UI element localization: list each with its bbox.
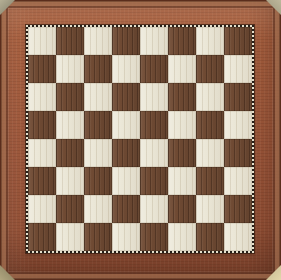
square-g7[interactable] bbox=[196, 55, 224, 83]
square-b6[interactable] bbox=[56, 83, 84, 111]
square-g1[interactable] bbox=[196, 223, 224, 251]
square-f1[interactable] bbox=[168, 223, 196, 251]
square-a6[interactable] bbox=[28, 83, 56, 111]
square-c3[interactable] bbox=[84, 167, 112, 195]
square-c8[interactable] bbox=[84, 27, 112, 55]
square-f2[interactable] bbox=[168, 195, 196, 223]
square-b7[interactable] bbox=[56, 55, 84, 83]
square-d6[interactable] bbox=[112, 83, 140, 111]
square-b1[interactable] bbox=[56, 223, 84, 251]
square-g2[interactable] bbox=[196, 195, 224, 223]
square-c2[interactable] bbox=[84, 195, 112, 223]
square-a4[interactable] bbox=[28, 139, 56, 167]
square-d5[interactable] bbox=[112, 111, 140, 139]
square-b4[interactable] bbox=[56, 139, 84, 167]
square-f8[interactable] bbox=[168, 27, 196, 55]
square-f5[interactable] bbox=[168, 111, 196, 139]
square-d3[interactable] bbox=[112, 167, 140, 195]
square-e5[interactable] bbox=[140, 111, 168, 139]
square-c5[interactable] bbox=[84, 111, 112, 139]
square-h6[interactable] bbox=[224, 83, 252, 111]
square-e6[interactable] bbox=[140, 83, 168, 111]
square-f7[interactable] bbox=[168, 55, 196, 83]
square-g8[interactable] bbox=[196, 27, 224, 55]
square-g3[interactable] bbox=[196, 167, 224, 195]
square-b5[interactable] bbox=[56, 111, 84, 139]
square-b2[interactable] bbox=[56, 195, 84, 223]
square-h3[interactable] bbox=[224, 167, 252, 195]
square-e7[interactable] bbox=[140, 55, 168, 83]
square-c1[interactable] bbox=[84, 223, 112, 251]
square-c7[interactable] bbox=[84, 55, 112, 83]
square-e4[interactable] bbox=[140, 139, 168, 167]
square-h8[interactable] bbox=[224, 27, 252, 55]
square-c4[interactable] bbox=[84, 139, 112, 167]
square-e1[interactable] bbox=[140, 223, 168, 251]
square-b3[interactable] bbox=[56, 167, 84, 195]
square-f3[interactable] bbox=[168, 167, 196, 195]
square-a7[interactable] bbox=[28, 55, 56, 83]
square-e2[interactable] bbox=[140, 195, 168, 223]
square-h4[interactable] bbox=[224, 139, 252, 167]
square-d4[interactable] bbox=[112, 139, 140, 167]
square-b8[interactable] bbox=[56, 27, 84, 55]
square-f6[interactable] bbox=[168, 83, 196, 111]
square-h5[interactable] bbox=[224, 111, 252, 139]
square-f4[interactable] bbox=[168, 139, 196, 167]
chessboard-photo bbox=[0, 0, 281, 280]
square-g4[interactable] bbox=[196, 139, 224, 167]
inlay-border bbox=[26, 25, 254, 253]
square-d8[interactable] bbox=[112, 27, 140, 55]
square-d1[interactable] bbox=[112, 223, 140, 251]
square-h1[interactable] bbox=[224, 223, 252, 251]
square-a2[interactable] bbox=[28, 195, 56, 223]
square-d7[interactable] bbox=[112, 55, 140, 83]
square-a3[interactable] bbox=[28, 167, 56, 195]
square-g5[interactable] bbox=[196, 111, 224, 139]
square-d2[interactable] bbox=[112, 195, 140, 223]
square-a5[interactable] bbox=[28, 111, 56, 139]
chess-board bbox=[28, 27, 252, 251]
square-a8[interactable] bbox=[28, 27, 56, 55]
square-e3[interactable] bbox=[140, 167, 168, 195]
square-h7[interactable] bbox=[224, 55, 252, 83]
square-e8[interactable] bbox=[140, 27, 168, 55]
square-a1[interactable] bbox=[28, 223, 56, 251]
square-g6[interactable] bbox=[196, 83, 224, 111]
square-c6[interactable] bbox=[84, 83, 112, 111]
square-h2[interactable] bbox=[224, 195, 252, 223]
